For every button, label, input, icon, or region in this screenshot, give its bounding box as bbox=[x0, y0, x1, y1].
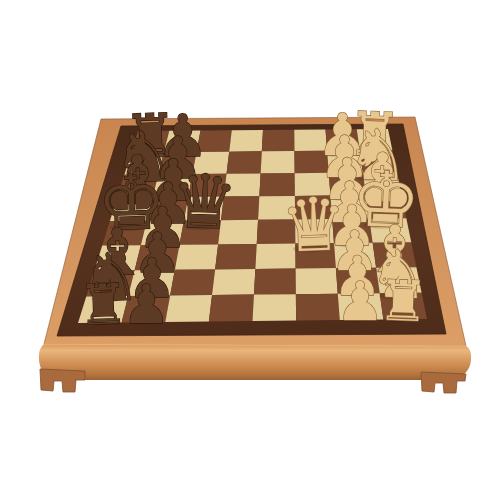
square-g4[interactable] bbox=[261, 151, 295, 173]
square-b5[interactable] bbox=[212, 269, 255, 295]
chessboard: ♜♟♟♜♞♟♟♞♝♟♟♝♚♟♛♟♚♟♛♟♝♟♟♝♞♟♟♞♜♟♟♜ bbox=[0, 0, 500, 500]
board-frame-front-molding bbox=[39, 344, 471, 380]
piece-white-rook-a1[interactable]: ♜ bbox=[377, 268, 429, 335]
square-h5[interactable] bbox=[229, 130, 263, 152]
square-a5[interactable] bbox=[209, 295, 254, 322]
piece-black-pawn-a7[interactable]: ♟ bbox=[122, 273, 170, 336]
square-h4[interactable] bbox=[262, 130, 295, 152]
square-b4[interactable] bbox=[254, 269, 296, 295]
square-a4[interactable] bbox=[253, 294, 297, 321]
chess-set-product-photo: ♜♟♟♜♞♟♟♞♝♟♟♝♚♟♛♟♚♟♛♟♝♟♟♝♞♟♟♞♜♟♟♜ bbox=[0, 0, 500, 500]
square-c5[interactable] bbox=[215, 244, 257, 269]
